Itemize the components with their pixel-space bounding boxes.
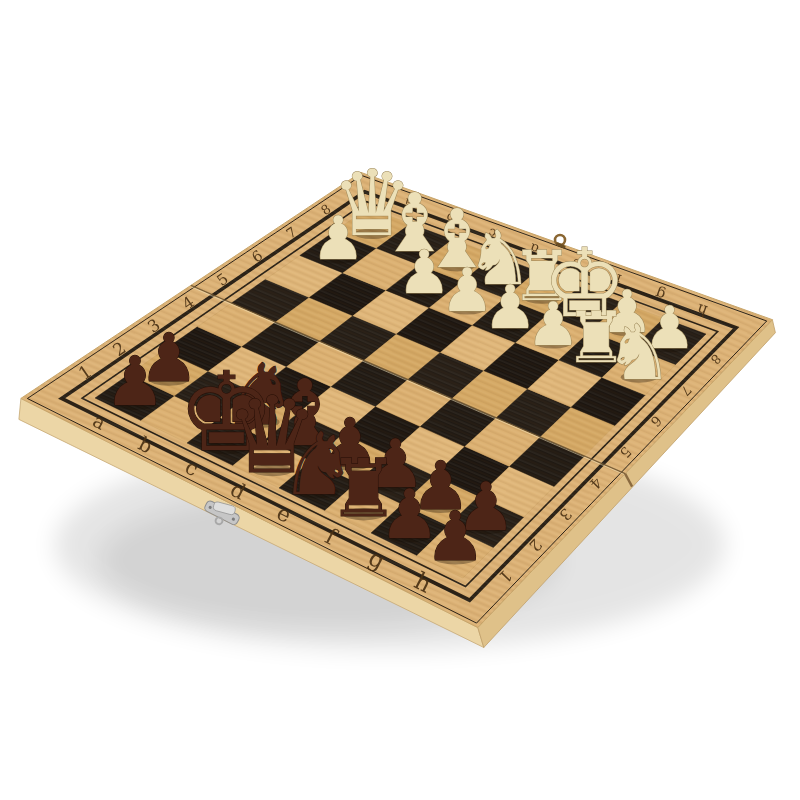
chessboard-scene: aabbccddeeffgghh1122334455667788♛♝♟♝♞♟♜♟…	[0, 0, 800, 800]
product-photo: aabbccddeeffgghh1122334455667788♛♝♟♝♞♟♜♟…	[0, 0, 800, 800]
piece-glyph: ♟	[425, 497, 486, 576]
piece-white-pawn-a7[interactable]: ♟	[311, 203, 365, 273]
piece-black-pawn-a1[interactable]: ♟	[104, 342, 165, 421]
piece-white-knight-h7[interactable]: ♞	[605, 308, 673, 397]
piece-glyph: ♟	[104, 342, 165, 421]
piece-glyph: ♞	[605, 308, 673, 397]
piece-glyph: ♟	[311, 203, 365, 273]
piece-black-pawn-h1[interactable]: ♟	[425, 497, 486, 576]
